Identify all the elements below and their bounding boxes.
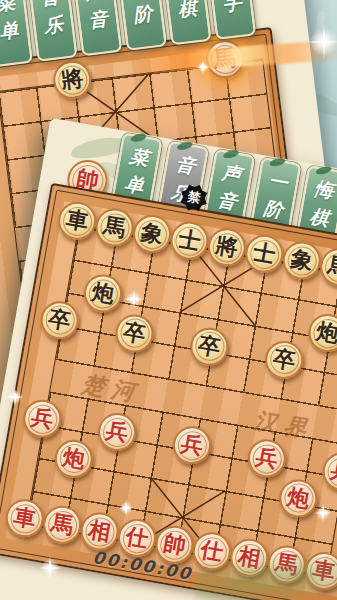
- tile-char: 单: [123, 174, 145, 196]
- tile-char: 一: [267, 171, 289, 193]
- app-screen: 楚河 將馬 菜单音乐声音一阶悔棋先手 帥 菜单音乐禁声音一阶悔棋: [0, 0, 337, 600]
- tile-char: 阶: [262, 198, 284, 220]
- tile-char: 棋: [177, 0, 198, 19]
- tile-char: 音: [216, 190, 238, 212]
- tile-char: 阶: [132, 4, 153, 25]
- tile-char: 棋: [308, 206, 330, 228]
- river-text-left: 楚河: [79, 368, 143, 409]
- tile-char: 菜: [0, 0, 16, 13]
- tile-char: 乐: [43, 15, 64, 36]
- tile-char: 音: [88, 9, 109, 30]
- tile-char: 音: [174, 154, 196, 176]
- tile-char: 音: [39, 0, 60, 8]
- muted-badge: 禁: [180, 184, 208, 212]
- tile-char: 声: [221, 162, 243, 184]
- tile-char: 悔: [313, 179, 335, 201]
- tile-char: 单: [0, 20, 19, 41]
- tile-char: 菜: [128, 146, 150, 168]
- tile-char: 手: [222, 0, 243, 14]
- tile-char: 声: [84, 0, 105, 2]
